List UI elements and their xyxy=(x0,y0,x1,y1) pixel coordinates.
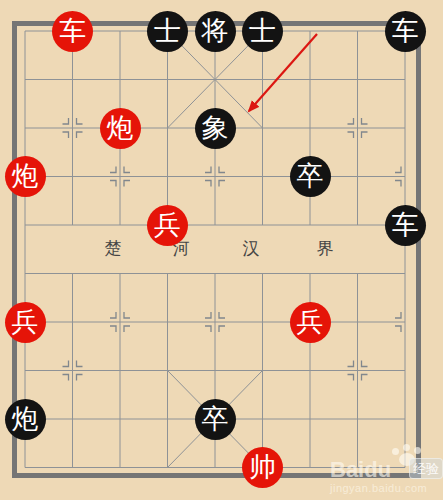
piece-black-rook[interactable]: 车 xyxy=(385,205,426,246)
piece-black-king[interactable]: 将 xyxy=(195,11,236,52)
jingyan-badge: 经验 xyxy=(409,458,443,479)
baidu-watermark: Baidu 经验 jingyan.baidu.com xyxy=(329,444,443,496)
piece-black-cannon[interactable]: 炮 xyxy=(5,399,46,440)
piece-black-rook[interactable]: 车 xyxy=(385,11,426,52)
piece-black-pawn[interactable]: 卒 xyxy=(290,156,331,197)
watermark-url: jingyan.baidu.com xyxy=(330,482,427,494)
piece-red-pawn[interactable]: 兵 xyxy=(290,302,331,343)
piece-black-advisor[interactable]: 士 xyxy=(242,11,283,52)
piece-red-king[interactable]: 帅 xyxy=(242,447,283,488)
baidu-logo-text: Baidu xyxy=(330,457,391,483)
piece-red-pawn[interactable]: 兵 xyxy=(5,302,46,343)
piece-red-cannon[interactable]: 炮 xyxy=(100,108,141,149)
pieces-layer: 车士将士车炮象炮卒兵车兵兵炮卒帅 xyxy=(0,0,443,500)
piece-red-rook[interactable]: 车 xyxy=(52,11,93,52)
piece-black-advisor[interactable]: 士 xyxy=(147,11,188,52)
xiangqi-board-screenshot: 楚 河 汉 界 车士将士车炮象炮卒兵车兵兵炮卒帅 Baidu 经验 jingya… xyxy=(0,0,443,500)
piece-red-cannon[interactable]: 炮 xyxy=(5,156,46,197)
piece-black-elephant[interactable]: 象 xyxy=(195,108,236,149)
piece-black-pawn[interactable]: 卒 xyxy=(195,399,236,440)
piece-red-pawn[interactable]: 兵 xyxy=(147,205,188,246)
